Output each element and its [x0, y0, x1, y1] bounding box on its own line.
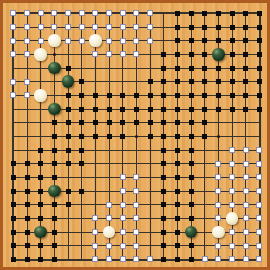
- intersection-c5r3[interactable]: [61, 34, 75, 48]
- intersection-c7r15[interactable]: [89, 198, 103, 212]
- intersection-c19r9[interactable]: [253, 116, 267, 130]
- intersection-c3r10[interactable]: [34, 130, 48, 144]
- intersection-c15r3[interactable]: [198, 34, 212, 48]
- intersection-c19r10[interactable]: [253, 130, 267, 144]
- intersection-c2r16[interactable]: [20, 212, 34, 226]
- intersection-c5r11[interactable]: [61, 143, 75, 157]
- intersection-c10r4[interactable]: [130, 48, 144, 62]
- intersection-c4r18[interactable]: [48, 239, 62, 253]
- intersection-c6r4[interactable]: [75, 48, 89, 62]
- intersection-c8r15[interactable]: [102, 198, 116, 212]
- intersection-c15r8[interactable]: [198, 102, 212, 116]
- intersection-c2r4[interactable]: [20, 48, 34, 62]
- intersection-c14r14[interactable]: [184, 184, 198, 198]
- intersection-c8r12[interactable]: [102, 157, 116, 171]
- intersection-c1r8[interactable]: [7, 102, 21, 116]
- intersection-c5r7[interactable]: [61, 89, 75, 103]
- intersection-c16r16[interactable]: [212, 212, 226, 226]
- intersection-c6r8[interactable]: [75, 102, 89, 116]
- intersection-c14r10[interactable]: [184, 130, 198, 144]
- intersection-c8r8[interactable]: [102, 102, 116, 116]
- intersection-c6r1[interactable]: [75, 7, 89, 21]
- intersection-c12r3[interactable]: [157, 34, 171, 48]
- intersection-c19r1[interactable]: [253, 7, 267, 21]
- intersection-c3r4[interactable]: [34, 48, 48, 62]
- intersection-c17r6[interactable]: [225, 75, 239, 89]
- intersection-c12r17[interactable]: [157, 225, 171, 239]
- intersection-c7r18[interactable]: [89, 239, 103, 253]
- intersection-c12r19[interactable]: [157, 253, 171, 267]
- intersection-c8r10[interactable]: [102, 130, 116, 144]
- intersection-c10r14[interactable]: [130, 184, 144, 198]
- intersection-c11r6[interactable]: [143, 75, 157, 89]
- intersection-c19r17[interactable]: [253, 225, 267, 239]
- intersection-c2r6[interactable]: [20, 75, 34, 89]
- intersection-c4r13[interactable]: [48, 171, 62, 185]
- intersection-c6r16[interactable]: [75, 212, 89, 226]
- intersection-c1r19[interactable]: [7, 253, 21, 267]
- intersection-c5r9[interactable]: [61, 116, 75, 130]
- intersection-c15r4[interactable]: [198, 48, 212, 62]
- intersection-c19r16[interactable]: [253, 212, 267, 226]
- intersection-c3r17[interactable]: [34, 225, 48, 239]
- intersection-c16r11[interactable]: [212, 143, 226, 157]
- intersection-c6r9[interactable]: [75, 116, 89, 130]
- intersection-c8r9[interactable]: [102, 116, 116, 130]
- intersection-c10r12[interactable]: [130, 157, 144, 171]
- intersection-c10r17[interactable]: [130, 225, 144, 239]
- intersection-c17r1[interactable]: [225, 7, 239, 21]
- intersection-c13r8[interactable]: [171, 102, 185, 116]
- intersection-c18r10[interactable]: [239, 130, 253, 144]
- intersection-c12r5[interactable]: [157, 61, 171, 75]
- intersection-c16r15[interactable]: [212, 198, 226, 212]
- intersection-c14r5[interactable]: [184, 61, 198, 75]
- intersection-c13r16[interactable]: [171, 212, 185, 226]
- intersection-c9r9[interactable]: [116, 116, 130, 130]
- intersection-c4r11[interactable]: [48, 143, 62, 157]
- intersection-c10r15[interactable]: [130, 198, 144, 212]
- intersection-c7r2[interactable]: [89, 20, 103, 34]
- intersection-c11r16[interactable]: [143, 212, 157, 226]
- intersection-c18r11[interactable]: [239, 143, 253, 157]
- intersection-c3r5[interactable]: [34, 61, 48, 75]
- intersection-c14r12[interactable]: [184, 157, 198, 171]
- intersection-c3r15[interactable]: [34, 198, 48, 212]
- intersection-c14r13[interactable]: [184, 171, 198, 185]
- intersection-c6r7[interactable]: [75, 89, 89, 103]
- intersection-c14r16[interactable]: [184, 212, 198, 226]
- intersection-c17r2[interactable]: [225, 20, 239, 34]
- intersection-c7r16[interactable]: [89, 212, 103, 226]
- intersection-c16r12[interactable]: [212, 157, 226, 171]
- intersection-c19r13[interactable]: [253, 171, 267, 185]
- intersection-c16r9[interactable]: [212, 116, 226, 130]
- intersection-c2r1[interactable]: [20, 7, 34, 21]
- intersection-c14r8[interactable]: [184, 102, 198, 116]
- intersection-c19r12[interactable]: [253, 157, 267, 171]
- intersection-c17r8[interactable]: [225, 102, 239, 116]
- intersection-c15r6[interactable]: [198, 75, 212, 89]
- intersection-c8r2[interactable]: [102, 20, 116, 34]
- intersection-c4r8[interactable]: [48, 102, 62, 116]
- intersection-c5r1[interactable]: [61, 7, 75, 21]
- intersection-c5r19[interactable]: [61, 253, 75, 267]
- intersection-c2r19[interactable]: [20, 253, 34, 267]
- intersection-c1r12[interactable]: [7, 157, 21, 171]
- intersection-c4r14[interactable]: [48, 184, 62, 198]
- intersection-c19r6[interactable]: [253, 75, 267, 89]
- intersection-c10r7[interactable]: [130, 89, 144, 103]
- intersection-c4r19[interactable]: [48, 253, 62, 267]
- intersection-c17r4[interactable]: [225, 48, 239, 62]
- intersection-c5r4[interactable]: [61, 48, 75, 62]
- intersection-c7r3[interactable]: [89, 34, 103, 48]
- intersection-c11r15[interactable]: [143, 198, 157, 212]
- intersection-c15r9[interactable]: [198, 116, 212, 130]
- intersection-c5r13[interactable]: [61, 171, 75, 185]
- intersection-c13r6[interactable]: [171, 75, 185, 89]
- intersection-c17r13[interactable]: [225, 171, 239, 185]
- intersection-c1r9[interactable]: [7, 116, 21, 130]
- intersection-c17r16[interactable]: [225, 212, 239, 226]
- intersection-c6r18[interactable]: [75, 239, 89, 253]
- intersection-c18r5[interactable]: [239, 61, 253, 75]
- intersection-c19r2[interactable]: [253, 20, 267, 34]
- intersection-c12r12[interactable]: [157, 157, 171, 171]
- intersection-c7r11[interactable]: [89, 143, 103, 157]
- intersection-c18r13[interactable]: [239, 171, 253, 185]
- intersection-c2r5[interactable]: [20, 61, 34, 75]
- intersection-c19r4[interactable]: [253, 48, 267, 62]
- intersection-c14r17[interactable]: [184, 225, 198, 239]
- intersection-c2r7[interactable]: [20, 89, 34, 103]
- intersection-c9r13[interactable]: [116, 171, 130, 185]
- intersection-c5r14[interactable]: [61, 184, 75, 198]
- intersection-c12r18[interactable]: [157, 239, 171, 253]
- intersection-c16r8[interactable]: [212, 102, 226, 116]
- intersection-c2r10[interactable]: [20, 130, 34, 144]
- intersection-c7r9[interactable]: [89, 116, 103, 130]
- intersection-c6r11[interactable]: [75, 143, 89, 157]
- intersection-c10r18[interactable]: [130, 239, 144, 253]
- intersection-c5r6[interactable]: [61, 75, 75, 89]
- intersection-c16r7[interactable]: [212, 89, 226, 103]
- intersection-c11r18[interactable]: [143, 239, 157, 253]
- intersection-c9r15[interactable]: [116, 198, 130, 212]
- intersection-c9r3[interactable]: [116, 34, 130, 48]
- intersection-c16r13[interactable]: [212, 171, 226, 185]
- intersection-c7r8[interactable]: [89, 102, 103, 116]
- intersection-c1r2[interactable]: [7, 20, 21, 34]
- intersection-c7r13[interactable]: [89, 171, 103, 185]
- intersection-c14r11[interactable]: [184, 143, 198, 157]
- intersection-c10r5[interactable]: [130, 61, 144, 75]
- intersection-c7r6[interactable]: [89, 75, 103, 89]
- intersection-c13r1[interactable]: [171, 7, 185, 21]
- intersection-c15r10[interactable]: [198, 130, 212, 144]
- intersection-c1r7[interactable]: [7, 89, 21, 103]
- intersection-c9r14[interactable]: [116, 184, 130, 198]
- intersection-c15r18[interactable]: [198, 239, 212, 253]
- intersection-c19r3[interactable]: [253, 34, 267, 48]
- intersection-c9r17[interactable]: [116, 225, 130, 239]
- intersection-c17r15[interactable]: [225, 198, 239, 212]
- intersection-c16r10[interactable]: [212, 130, 226, 144]
- intersection-c13r2[interactable]: [171, 20, 185, 34]
- intersection-c3r16[interactable]: [34, 212, 48, 226]
- intersection-c8r14[interactable]: [102, 184, 116, 198]
- intersection-c2r12[interactable]: [20, 157, 34, 171]
- intersection-c16r18[interactable]: [212, 239, 226, 253]
- intersection-c9r16[interactable]: [116, 212, 130, 226]
- intersection-c10r16[interactable]: [130, 212, 144, 226]
- intersection-c6r10[interactable]: [75, 130, 89, 144]
- intersection-c9r2[interactable]: [116, 20, 130, 34]
- intersection-c1r16[interactable]: [7, 212, 21, 226]
- intersection-c6r2[interactable]: [75, 20, 89, 34]
- intersection-c17r9[interactable]: [225, 116, 239, 130]
- intersection-c4r5[interactable]: [48, 61, 62, 75]
- intersection-c5r5[interactable]: [61, 61, 75, 75]
- intersection-c2r15[interactable]: [20, 198, 34, 212]
- intersection-c11r1[interactable]: [143, 7, 157, 21]
- intersection-c2r18[interactable]: [20, 239, 34, 253]
- intersection-c8r18[interactable]: [102, 239, 116, 253]
- intersection-c18r1[interactable]: [239, 7, 253, 21]
- intersection-c4r10[interactable]: [48, 130, 62, 144]
- intersection-c10r1[interactable]: [130, 7, 144, 21]
- intersection-c7r12[interactable]: [89, 157, 103, 171]
- intersection-c2r13[interactable]: [20, 171, 34, 185]
- intersection-c2r14[interactable]: [20, 184, 34, 198]
- intersection-c11r11[interactable]: [143, 143, 157, 157]
- intersection-c16r4[interactable]: [212, 48, 226, 62]
- intersection-c10r6[interactable]: [130, 75, 144, 89]
- intersection-c5r17[interactable]: [61, 225, 75, 239]
- intersection-c7r1[interactable]: [89, 7, 103, 21]
- intersection-c15r14[interactable]: [198, 184, 212, 198]
- intersection-c8r4[interactable]: [102, 48, 116, 62]
- intersection-c5r18[interactable]: [61, 239, 75, 253]
- intersection-c6r14[interactable]: [75, 184, 89, 198]
- intersection-c17r12[interactable]: [225, 157, 239, 171]
- intersection-c12r4[interactable]: [157, 48, 171, 62]
- intersection-c1r14[interactable]: [7, 184, 21, 198]
- intersection-c11r5[interactable]: [143, 61, 157, 75]
- intersection-c11r3[interactable]: [143, 34, 157, 48]
- intersection-c13r9[interactable]: [171, 116, 185, 130]
- intersection-c17r3[interactable]: [225, 34, 239, 48]
- intersection-c10r10[interactable]: [130, 130, 144, 144]
- intersection-c10r2[interactable]: [130, 20, 144, 34]
- intersection-c11r2[interactable]: [143, 20, 157, 34]
- intersection-c5r2[interactable]: [61, 20, 75, 34]
- intersection-c19r7[interactable]: [253, 89, 267, 103]
- intersection-c9r1[interactable]: [116, 7, 130, 21]
- intersection-c4r15[interactable]: [48, 198, 62, 212]
- intersection-c14r9[interactable]: [184, 116, 198, 130]
- intersection-c9r12[interactable]: [116, 157, 130, 171]
- intersection-c4r1[interactable]: [48, 7, 62, 21]
- intersection-c12r6[interactable]: [157, 75, 171, 89]
- intersection-c18r17[interactable]: [239, 225, 253, 239]
- intersection-c18r7[interactable]: [239, 89, 253, 103]
- intersection-c19r11[interactable]: [253, 143, 267, 157]
- intersection-c18r3[interactable]: [239, 34, 253, 48]
- intersection-c12r14[interactable]: [157, 184, 171, 198]
- intersection-c11r7[interactable]: [143, 89, 157, 103]
- intersection-c12r10[interactable]: [157, 130, 171, 144]
- intersection-c14r4[interactable]: [184, 48, 198, 62]
- intersection-c12r16[interactable]: [157, 212, 171, 226]
- intersection-c15r7[interactable]: [198, 89, 212, 103]
- intersection-c3r19[interactable]: [34, 253, 48, 267]
- intersection-c13r15[interactable]: [171, 198, 185, 212]
- intersection-c13r19[interactable]: [171, 253, 185, 267]
- intersection-c4r12[interactable]: [48, 157, 62, 171]
- intersection-c11r10[interactable]: [143, 130, 157, 144]
- intersection-c8r13[interactable]: [102, 171, 116, 185]
- intersection-c2r3[interactable]: [20, 34, 34, 48]
- intersection-c17r18[interactable]: [225, 239, 239, 253]
- intersection-c9r7[interactable]: [116, 89, 130, 103]
- intersection-c9r10[interactable]: [116, 130, 130, 144]
- intersection-c1r1[interactable]: [7, 7, 21, 21]
- intersection-c19r5[interactable]: [253, 61, 267, 75]
- intersection-c9r19[interactable]: [116, 253, 130, 267]
- intersection-c13r10[interactable]: [171, 130, 185, 144]
- intersection-c17r19[interactable]: [225, 253, 239, 267]
- intersection-c11r9[interactable]: [143, 116, 157, 130]
- intersection-c18r8[interactable]: [239, 102, 253, 116]
- intersection-c13r12[interactable]: [171, 157, 185, 171]
- intersection-c18r19[interactable]: [239, 253, 253, 267]
- intersection-c5r12[interactable]: [61, 157, 75, 171]
- intersection-c9r6[interactable]: [116, 75, 130, 89]
- intersection-c15r11[interactable]: [198, 143, 212, 157]
- intersection-c3r7[interactable]: [34, 89, 48, 103]
- intersection-c11r13[interactable]: [143, 171, 157, 185]
- intersection-c3r12[interactable]: [34, 157, 48, 171]
- intersection-c8r11[interactable]: [102, 143, 116, 157]
- intersection-c16r14[interactable]: [212, 184, 226, 198]
- intersection-c10r3[interactable]: [130, 34, 144, 48]
- intersection-c8r7[interactable]: [102, 89, 116, 103]
- intersection-c9r18[interactable]: [116, 239, 130, 253]
- intersection-c13r13[interactable]: [171, 171, 185, 185]
- intersection-c1r11[interactable]: [7, 143, 21, 157]
- intersection-c17r5[interactable]: [225, 61, 239, 75]
- intersection-c16r19[interactable]: [212, 253, 226, 267]
- intersection-c11r8[interactable]: [143, 102, 157, 116]
- intersection-c3r13[interactable]: [34, 171, 48, 185]
- intersection-c16r6[interactable]: [212, 75, 226, 89]
- intersection-c13r17[interactable]: [171, 225, 185, 239]
- intersection-c12r9[interactable]: [157, 116, 171, 130]
- intersection-c6r17[interactable]: [75, 225, 89, 239]
- intersection-c13r3[interactable]: [171, 34, 185, 48]
- intersection-c2r9[interactable]: [20, 116, 34, 130]
- intersection-c18r15[interactable]: [239, 198, 253, 212]
- intersection-c13r7[interactable]: [171, 89, 185, 103]
- intersection-c17r11[interactable]: [225, 143, 239, 157]
- intersection-c16r1[interactable]: [212, 7, 226, 21]
- intersection-c5r10[interactable]: [61, 130, 75, 144]
- intersection-c14r3[interactable]: [184, 34, 198, 48]
- intersection-c4r7[interactable]: [48, 89, 62, 103]
- intersection-c18r12[interactable]: [239, 157, 253, 171]
- intersection-c18r4[interactable]: [239, 48, 253, 62]
- intersection-c11r19[interactable]: [143, 253, 157, 267]
- intersection-c6r6[interactable]: [75, 75, 89, 89]
- intersection-c4r2[interactable]: [48, 20, 62, 34]
- intersection-c15r1[interactable]: [198, 7, 212, 21]
- intersection-c18r2[interactable]: [239, 20, 253, 34]
- intersection-c6r5[interactable]: [75, 61, 89, 75]
- intersection-c12r1[interactable]: [157, 7, 171, 21]
- intersection-c5r15[interactable]: [61, 198, 75, 212]
- intersection-c2r17[interactable]: [20, 225, 34, 239]
- intersection-c8r16[interactable]: [102, 212, 116, 226]
- intersection-c2r8[interactable]: [20, 102, 34, 116]
- intersection-c4r17[interactable]: [48, 225, 62, 239]
- intersection-c18r9[interactable]: [239, 116, 253, 130]
- intersection-c11r17[interactable]: [143, 225, 157, 239]
- intersection-c1r5[interactable]: [7, 61, 21, 75]
- intersection-c8r17[interactable]: [102, 225, 116, 239]
- intersection-c13r11[interactable]: [171, 143, 185, 157]
- intersection-c15r17[interactable]: [198, 225, 212, 239]
- intersection-c10r13[interactable]: [130, 171, 144, 185]
- intersection-c16r5[interactable]: [212, 61, 226, 75]
- intersection-c2r2[interactable]: [20, 20, 34, 34]
- intersection-c15r12[interactable]: [198, 157, 212, 171]
- intersection-c17r7[interactable]: [225, 89, 239, 103]
- intersection-c5r16[interactable]: [61, 212, 75, 226]
- intersection-c19r14[interactable]: [253, 184, 267, 198]
- intersection-c18r16[interactable]: [239, 212, 253, 226]
- intersection-c8r1[interactable]: [102, 7, 116, 21]
- intersection-c6r12[interactable]: [75, 157, 89, 171]
- intersection-c13r5[interactable]: [171, 61, 185, 75]
- intersection-c1r17[interactable]: [7, 225, 21, 239]
- intersection-c12r2[interactable]: [157, 20, 171, 34]
- intersection-c1r3[interactable]: [7, 34, 21, 48]
- intersection-c3r1[interactable]: [34, 7, 48, 21]
- intersection-c13r14[interactable]: [171, 184, 185, 198]
- intersection-c15r19[interactable]: [198, 253, 212, 267]
- intersection-c1r6[interactable]: [7, 75, 21, 89]
- intersection-c15r13[interactable]: [198, 171, 212, 185]
- intersection-c18r18[interactable]: [239, 239, 253, 253]
- intersection-c3r9[interactable]: [34, 116, 48, 130]
- intersection-c11r14[interactable]: [143, 184, 157, 198]
- intersection-c15r5[interactable]: [198, 61, 212, 75]
- intersection-c8r19[interactable]: [102, 253, 116, 267]
- intersection-c6r13[interactable]: [75, 171, 89, 185]
- intersection-c18r14[interactable]: [239, 184, 253, 198]
- intersection-c1r13[interactable]: [7, 171, 21, 185]
- intersection-c1r18[interactable]: [7, 239, 21, 253]
- intersection-c16r17[interactable]: [212, 225, 226, 239]
- intersection-c10r19[interactable]: [130, 253, 144, 267]
- intersection-c6r19[interactable]: [75, 253, 89, 267]
- intersection-c17r14[interactable]: [225, 184, 239, 198]
- intersection-c12r15[interactable]: [157, 198, 171, 212]
- intersection-c6r3[interactable]: [75, 34, 89, 48]
- intersection-c7r7[interactable]: [89, 89, 103, 103]
